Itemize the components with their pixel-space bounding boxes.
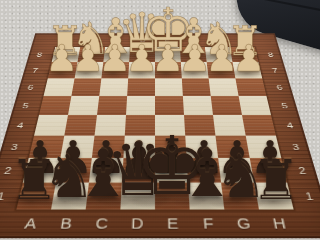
square-a2: [23, 158, 60, 183]
square-g7: [207, 62, 236, 78]
square-e6: [155, 78, 183, 96]
square-h6: [235, 78, 266, 96]
square-c1: [86, 183, 122, 210]
chess-board: AABBCCDDEEFFGGHH8877665544332211: [0, 33, 320, 238]
square-d7: [128, 62, 155, 78]
square-f1: [188, 183, 224, 210]
square-g1: [221, 183, 259, 210]
square-b7: [75, 62, 104, 78]
square-h3: [246, 136, 282, 158]
square-e4: [155, 115, 185, 136]
coord-file-d-top: D: [140, 38, 146, 42]
square-d2: [122, 158, 155, 183]
coord-rank-1-right: 1: [304, 191, 314, 201]
square-e7: [155, 62, 182, 78]
square-b4: [64, 115, 97, 136]
coord-file-a-top: A: [66, 38, 72, 42]
coord-file-f-top: F: [189, 38, 194, 42]
square-d4: [125, 115, 155, 136]
square-a7: [48, 62, 78, 78]
square-g4: [213, 115, 246, 136]
square-c4: [95, 115, 126, 136]
square-d1: [120, 183, 155, 210]
coord-rank-4-left: 4: [16, 121, 24, 129]
square-e1: [155, 183, 190, 210]
square-g8: [205, 47, 233, 62]
coord-rank-5-right: 5: [280, 102, 288, 109]
coord-rank-6-left: 6: [27, 84, 35, 91]
square-c5: [97, 96, 127, 115]
coord-file-b-bottom: B: [59, 216, 73, 230]
board-grid: [16, 47, 293, 210]
square-g2: [218, 158, 254, 183]
coord-file-e-bottom: E: [167, 216, 179, 230]
square-c3: [92, 136, 125, 158]
coord-rank-3-right: 3: [291, 142, 300, 151]
coord-rank-7-left: 7: [32, 67, 39, 73]
square-g5: [211, 96, 242, 115]
square-f2: [187, 158, 222, 183]
square-b1: [51, 183, 89, 210]
square-c7: [101, 62, 129, 78]
square-a6: [44, 78, 75, 96]
square-f6: [182, 78, 211, 96]
square-a1: [16, 183, 55, 210]
coord-file-f-bottom: F: [202, 216, 214, 230]
square-a3: [29, 136, 65, 158]
coord-rank-2-right: 2: [297, 165, 306, 174]
coord-rank-5-left: 5: [22, 102, 30, 109]
square-h5: [239, 96, 271, 115]
square-b3: [60, 136, 94, 158]
coord-rank-7-right: 7: [271, 67, 278, 73]
square-c6: [99, 78, 128, 96]
coord-file-h-bottom: H: [272, 216, 287, 230]
coord-file-c-bottom: C: [95, 216, 109, 230]
coord-file-c-top: C: [115, 38, 121, 42]
coord-file-g-bottom: G: [236, 216, 251, 230]
square-d6: [127, 78, 155, 96]
square-e2: [155, 158, 188, 183]
coord-rank-2-left: 2: [3, 165, 12, 174]
square-g3: [215, 136, 249, 158]
square-f8: [180, 47, 207, 62]
coord-file-e-top: E: [165, 38, 170, 42]
square-h4: [242, 115, 276, 136]
square-f3: [185, 136, 218, 158]
square-h7: [233, 62, 263, 78]
coord-rank-4-right: 4: [286, 121, 294, 129]
square-d5: [126, 96, 155, 115]
square-f7: [181, 62, 209, 78]
square-b8: [77, 47, 105, 62]
square-b5: [68, 96, 99, 115]
square-d3: [123, 136, 155, 158]
coord-rank-8-right: 8: [267, 52, 274, 58]
square-b2: [56, 158, 92, 183]
coord-rank-1-left: 1: [0, 191, 6, 201]
coord-rank-8-left: 8: [36, 52, 43, 58]
square-h8: [230, 47, 259, 62]
coord-rank-6-right: 6: [276, 84, 284, 91]
square-a8: [52, 47, 81, 62]
square-e5: [155, 96, 184, 115]
square-e8: [155, 47, 181, 62]
square-c2: [89, 158, 124, 183]
coord-file-h-top: H: [238, 38, 244, 42]
square-a5: [39, 96, 71, 115]
coord-rank-3-left: 3: [10, 142, 19, 151]
square-e3: [155, 136, 187, 158]
square-b6: [71, 78, 101, 96]
coord-file-b-top: B: [91, 38, 97, 42]
square-h1: [254, 183, 293, 210]
square-a4: [34, 115, 68, 136]
square-c8: [103, 47, 130, 62]
square-h2: [250, 158, 287, 183]
photo-scene: AABBCCDDEEFFGGHH8877665544332211 ♜♞♝♛♚♝♞…: [0, 0, 320, 240]
coord-file-a-bottom: A: [23, 216, 37, 230]
square-d8: [129, 47, 155, 62]
square-g6: [209, 78, 239, 96]
square-f5: [183, 96, 213, 115]
coord-file-d-bottom: D: [131, 216, 144, 230]
square-f4: [184, 115, 215, 136]
coord-file-g-top: G: [213, 38, 220, 42]
